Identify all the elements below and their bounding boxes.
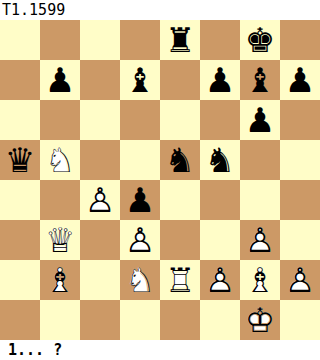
square-f7[interactable]: ♟ [200,60,240,100]
white-king[interactable]: ♚♔ [245,300,275,340]
square-f1[interactable] [200,300,240,340]
white-pawn-outline: ♙ [125,220,155,260]
black-pawn[interactable]: ♟ [205,60,235,100]
white-pawn[interactable]: ♟♙ [85,180,115,220]
square-a3[interactable] [0,220,40,260]
square-e1[interactable] [160,300,200,340]
square-e6[interactable] [160,100,200,140]
square-e2[interactable]: ♜♖ [160,260,200,300]
square-g4[interactable] [240,180,280,220]
white-king-outline: ♔ [245,300,275,340]
square-e5[interactable]: ♞ [160,140,200,180]
square-h8[interactable] [280,20,320,60]
chess-app-window: T1.1599 ♜♚♟♝♟♝♟♟♛♞♘♞♞♟♙♟♛♕♟♙♟♙♝♗♞♘♜♖♟♙♝♗… [0,0,320,360]
square-b2[interactable]: ♝♗ [40,260,80,300]
white-pawn[interactable]: ♟♙ [245,220,275,260]
square-g7[interactable]: ♝ [240,60,280,100]
white-pawn[interactable]: ♟♙ [125,220,155,260]
square-b4[interactable] [40,180,80,220]
black-bishop[interactable]: ♝ [125,60,155,100]
square-a7[interactable] [0,60,40,100]
square-a8[interactable] [0,20,40,60]
square-g2[interactable]: ♝♗ [240,260,280,300]
square-e3[interactable] [160,220,200,260]
square-d6[interactable] [120,100,160,140]
square-c3[interactable] [80,220,120,260]
square-d4[interactable]: ♟ [120,180,160,220]
white-knight-outline: ♘ [45,140,75,180]
white-pawn-outline: ♙ [85,180,115,220]
square-b3[interactable]: ♛♕ [40,220,80,260]
square-f8[interactable] [200,20,240,60]
square-d7[interactable]: ♝ [120,60,160,100]
square-f6[interactable] [200,100,240,140]
square-b6[interactable] [40,100,80,140]
square-e8[interactable]: ♜ [160,20,200,60]
white-pawn-outline: ♙ [245,220,275,260]
square-h6[interactable] [280,100,320,140]
square-d3[interactable]: ♟♙ [120,220,160,260]
black-pawn[interactable]: ♟ [245,100,275,140]
white-knight[interactable]: ♞♘ [45,140,75,180]
square-d8[interactable] [120,20,160,60]
square-d5[interactable] [120,140,160,180]
square-c2[interactable] [80,260,120,300]
square-g5[interactable] [240,140,280,180]
square-h3[interactable] [280,220,320,260]
square-h7[interactable]: ♟ [280,60,320,100]
square-c4[interactable]: ♟♙ [80,180,120,220]
square-g6[interactable]: ♟ [240,100,280,140]
square-b8[interactable] [40,20,80,60]
white-pawn-outline: ♙ [205,260,235,300]
white-pawn[interactable]: ♟♙ [205,260,235,300]
square-a5[interactable]: ♛ [0,140,40,180]
square-h5[interactable] [280,140,320,180]
black-bishop[interactable]: ♝ [245,60,275,100]
square-c5[interactable] [80,140,120,180]
square-a2[interactable] [0,260,40,300]
square-a6[interactable] [0,100,40,140]
white-pawn[interactable]: ♟♙ [285,260,315,300]
white-knight-outline: ♘ [125,260,155,300]
square-h1[interactable] [280,300,320,340]
square-a1[interactable] [0,300,40,340]
square-g1[interactable]: ♚♔ [240,300,280,340]
black-knight[interactable]: ♞ [165,140,195,180]
white-queen[interactable]: ♛♕ [45,220,75,260]
square-h2[interactable]: ♟♙ [280,260,320,300]
chess-board: ♜♚♟♝♟♝♟♟♛♞♘♞♞♟♙♟♛♕♟♙♟♙♝♗♞♘♜♖♟♙♝♗♟♙♚♔ [0,20,320,340]
square-e4[interactable] [160,180,200,220]
black-king[interactable]: ♚ [245,20,275,60]
black-rook[interactable]: ♜ [165,20,195,60]
square-b5[interactable]: ♞♘ [40,140,80,180]
white-knight[interactable]: ♞♘ [125,260,155,300]
square-f2[interactable]: ♟♙ [200,260,240,300]
square-f4[interactable] [200,180,240,220]
black-pawn[interactable]: ♟ [285,60,315,100]
square-e7[interactable] [160,60,200,100]
square-c6[interactable] [80,100,120,140]
square-f3[interactable] [200,220,240,260]
white-queen-outline: ♕ [45,220,75,260]
square-b7[interactable]: ♟ [40,60,80,100]
black-pawn[interactable]: ♟ [125,180,155,220]
white-pawn-outline: ♙ [285,260,315,300]
square-c1[interactable] [80,300,120,340]
square-c8[interactable] [80,20,120,60]
white-bishop-outline: ♗ [245,260,275,300]
black-queen[interactable]: ♛ [5,140,35,180]
puzzle-title: T1.1599 [0,0,320,20]
white-rook-outline: ♖ [165,260,195,300]
white-bishop[interactable]: ♝♗ [245,260,275,300]
square-g8[interactable]: ♚ [240,20,280,60]
square-h4[interactable] [280,180,320,220]
square-b1[interactable] [40,300,80,340]
square-d1[interactable] [120,300,160,340]
square-g3[interactable]: ♟♙ [240,220,280,260]
square-a4[interactable] [0,180,40,220]
square-d2[interactable]: ♞♘ [120,260,160,300]
square-f5[interactable]: ♞ [200,140,240,180]
black-pawn[interactable]: ♟ [45,60,75,100]
white-bishop[interactable]: ♝♗ [45,260,75,300]
white-bishop-outline: ♗ [45,260,75,300]
square-c7[interactable] [80,60,120,100]
black-knight[interactable]: ♞ [205,140,235,180]
white-rook[interactable]: ♜♖ [165,260,195,300]
move-prompt: 1... ? [0,340,320,360]
